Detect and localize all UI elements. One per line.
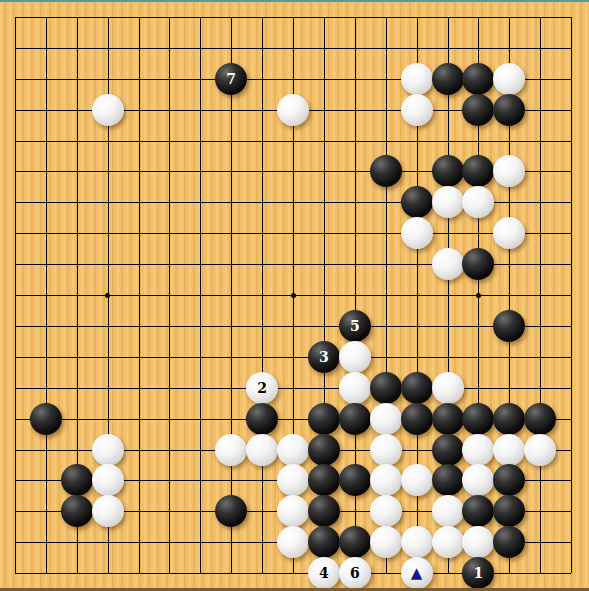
stone-R5[interactable] [493,434,525,466]
stone-R3[interactable] [493,495,525,527]
stone-D5[interactable] [92,434,124,466]
move-number-label: 1 [474,566,484,580]
stone-O12[interactable] [401,217,433,249]
grid-line-vertical [540,17,541,573]
stone-M6[interactable] [339,403,371,435]
triangle-marker-icon: ▲ [411,566,423,581]
stone-R2[interactable] [493,526,525,558]
stone-O13[interactable] [401,186,433,218]
stone-P6[interactable] [432,403,464,435]
move-number-label: 2 [257,381,267,395]
stone-N2[interactable] [370,526,402,558]
stone-O17[interactable] [401,63,433,95]
stone-Q6[interactable] [462,403,494,435]
stone-M9[interactable]: 5 [339,310,371,342]
stone-R9[interactable] [493,310,525,342]
stone-O16[interactable] [401,94,433,126]
stone-O4[interactable] [401,464,433,496]
stone-H17[interactable]: 7 [215,63,247,95]
stone-L8[interactable]: 3 [308,341,340,373]
stone-Q14[interactable] [462,155,494,187]
stone-Q3[interactable] [462,495,494,527]
stone-P2[interactable] [432,526,464,558]
stone-R14[interactable] [493,155,525,187]
stone-H3[interactable] [215,495,247,527]
stone-P13[interactable] [432,186,464,218]
stone-B6[interactable] [30,403,62,435]
stone-J7[interactable]: 2 [246,372,278,404]
stone-S5[interactable] [524,434,556,466]
stone-R12[interactable] [493,217,525,249]
stone-N14[interactable] [370,155,402,187]
star-point [105,293,110,298]
stone-N7[interactable] [370,372,402,404]
stone-D16[interactable] [92,94,124,126]
stone-Q17[interactable] [462,63,494,95]
stone-K16[interactable] [277,94,309,126]
move-number-label: 7 [226,72,236,86]
stone-Q16[interactable] [462,94,494,126]
stone-R6[interactable] [493,403,525,435]
move-number-label: 5 [350,319,360,333]
stone-N6[interactable] [370,403,402,435]
stone-Q4[interactable] [462,464,494,496]
stone-C3[interactable] [61,495,93,527]
stone-S6[interactable] [524,403,556,435]
stone-M7[interactable] [339,372,371,404]
stone-R17[interactable] [493,63,525,95]
stone-D3[interactable] [92,495,124,527]
stone-M8[interactable] [339,341,371,373]
star-point [291,293,296,298]
stone-C4[interactable] [61,464,93,496]
stone-Q13[interactable] [462,186,494,218]
stone-Q1[interactable]: 1 [462,557,494,589]
stone-J6[interactable] [246,403,278,435]
grid-line-horizontal [15,388,571,389]
stone-Q2[interactable] [462,526,494,558]
stone-P14[interactable] [432,155,464,187]
stone-O2[interactable] [401,526,433,558]
stone-P3[interactable] [432,495,464,527]
board-top-border [0,0,589,2]
stone-P7[interactable] [432,372,464,404]
stone-K2[interactable] [277,526,309,558]
move-number-label: 3 [319,350,329,364]
stone-M2[interactable] [339,526,371,558]
stone-L5[interactable] [308,434,340,466]
stone-R4[interactable] [493,464,525,496]
stone-Q5[interactable] [462,434,494,466]
go-board[interactable]: 753246▲1 [0,0,589,591]
stone-L6[interactable] [308,403,340,435]
stone-N3[interactable] [370,495,402,527]
stone-N5[interactable] [370,434,402,466]
stone-M1[interactable]: 6 [339,557,371,589]
stone-L1[interactable]: 4 [308,557,340,589]
stone-O6[interactable] [401,403,433,435]
stone-P4[interactable] [432,464,464,496]
stone-L3[interactable] [308,495,340,527]
grid-line-vertical [571,17,572,573]
stone-P17[interactable] [432,63,464,95]
stone-P5[interactable] [432,434,464,466]
stone-D4[interactable] [92,464,124,496]
stone-L4[interactable] [308,464,340,496]
stone-H5[interactable] [215,434,247,466]
stone-K4[interactable] [277,464,309,496]
stone-O1[interactable]: ▲ [401,557,433,589]
stone-O7[interactable] [401,372,433,404]
grid-line-horizontal [15,326,571,327]
stone-K5[interactable] [277,434,309,466]
stone-L2[interactable] [308,526,340,558]
grid-line-horizontal [15,357,571,358]
stone-M4[interactable] [339,464,371,496]
stone-K3[interactable] [277,495,309,527]
stone-P11[interactable] [432,248,464,280]
stone-J5[interactable] [246,434,278,466]
stone-Q11[interactable] [462,248,494,280]
move-number-label: 4 [319,566,329,580]
move-number-label: 6 [350,566,360,580]
stone-R16[interactable] [493,94,525,126]
stone-N4[interactable] [370,464,402,496]
star-point [476,293,481,298]
